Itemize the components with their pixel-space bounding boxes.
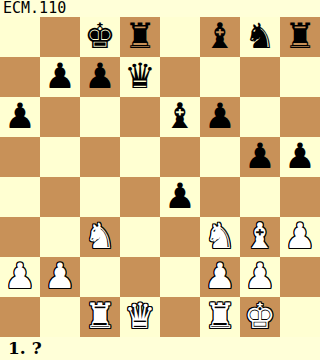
square-b5[interactable] xyxy=(40,137,80,177)
square-d8[interactable]: ♜ xyxy=(120,17,160,57)
square-e3[interactable] xyxy=(160,217,200,257)
black-pawn[interactable]: ♟ xyxy=(4,99,35,134)
square-b2[interactable]: ♟ xyxy=(40,257,80,297)
square-e8[interactable] xyxy=(160,17,200,57)
white-rook[interactable]: ♜ xyxy=(84,299,115,334)
white-bishop[interactable]: ♝ xyxy=(244,219,275,254)
square-c8[interactable]: ♚ xyxy=(80,17,120,57)
square-g3[interactable]: ♝ xyxy=(240,217,280,257)
square-e7[interactable] xyxy=(160,57,200,97)
square-a1[interactable] xyxy=(0,297,40,337)
square-c7[interactable]: ♟ xyxy=(80,57,120,97)
square-h6[interactable] xyxy=(280,97,320,137)
square-f4[interactable] xyxy=(200,177,240,217)
white-pawn[interactable]: ♟ xyxy=(4,259,35,294)
move-prompt: 1. ? xyxy=(0,337,320,360)
black-pawn[interactable]: ♟ xyxy=(44,59,75,94)
square-a8[interactable] xyxy=(0,17,40,57)
square-g2[interactable]: ♟ xyxy=(240,257,280,297)
square-a3[interactable] xyxy=(0,217,40,257)
square-c6[interactable] xyxy=(80,97,120,137)
black-pawn[interactable]: ♟ xyxy=(244,139,275,174)
black-pawn[interactable]: ♟ xyxy=(164,179,195,214)
square-b6[interactable] xyxy=(40,97,80,137)
square-e1[interactable] xyxy=(160,297,200,337)
square-g4[interactable] xyxy=(240,177,280,217)
black-pawn[interactable]: ♟ xyxy=(204,99,235,134)
square-f1[interactable]: ♜ xyxy=(200,297,240,337)
square-c2[interactable] xyxy=(80,257,120,297)
black-bishop[interactable]: ♝ xyxy=(204,19,235,54)
white-king[interactable]: ♚ xyxy=(244,299,275,334)
black-king[interactable]: ♚ xyxy=(84,19,115,54)
square-d6[interactable] xyxy=(120,97,160,137)
white-pawn[interactable]: ♟ xyxy=(244,259,275,294)
square-h4[interactable] xyxy=(280,177,320,217)
square-e6[interactable]: ♝ xyxy=(160,97,200,137)
square-b7[interactable]: ♟ xyxy=(40,57,80,97)
white-pawn[interactable]: ♟ xyxy=(44,259,75,294)
black-knight[interactable]: ♞ xyxy=(244,19,275,54)
square-f6[interactable]: ♟ xyxy=(200,97,240,137)
square-h7[interactable] xyxy=(280,57,320,97)
square-d2[interactable] xyxy=(120,257,160,297)
square-a6[interactable]: ♟ xyxy=(0,97,40,137)
square-b8[interactable] xyxy=(40,17,80,57)
square-d7[interactable]: ♛ xyxy=(120,57,160,97)
page-title: ECM.110 xyxy=(0,0,320,17)
square-e4[interactable]: ♟ xyxy=(160,177,200,217)
square-g1[interactable]: ♚ xyxy=(240,297,280,337)
square-c3[interactable]: ♞ xyxy=(80,217,120,257)
square-h1[interactable] xyxy=(280,297,320,337)
white-pawn[interactable]: ♟ xyxy=(204,259,235,294)
square-h8[interactable]: ♜ xyxy=(280,17,320,57)
black-pawn[interactable]: ♟ xyxy=(284,139,315,174)
square-f5[interactable] xyxy=(200,137,240,177)
square-c4[interactable] xyxy=(80,177,120,217)
square-g5[interactable]: ♟ xyxy=(240,137,280,177)
black-bishop[interactable]: ♝ xyxy=(164,99,195,134)
square-e2[interactable] xyxy=(160,257,200,297)
square-d1[interactable]: ♛ xyxy=(120,297,160,337)
square-f8[interactable]: ♝ xyxy=(200,17,240,57)
square-g7[interactable] xyxy=(240,57,280,97)
square-a7[interactable] xyxy=(0,57,40,97)
square-c1[interactable]: ♜ xyxy=(80,297,120,337)
black-queen[interactable]: ♛ xyxy=(124,59,155,94)
square-e5[interactable] xyxy=(160,137,200,177)
square-a5[interactable] xyxy=(0,137,40,177)
square-d3[interactable] xyxy=(120,217,160,257)
square-h2[interactable] xyxy=(280,257,320,297)
square-c5[interactable] xyxy=(80,137,120,177)
square-d4[interactable] xyxy=(120,177,160,217)
square-g8[interactable]: ♞ xyxy=(240,17,280,57)
white-rook[interactable]: ♜ xyxy=(204,299,235,334)
square-b3[interactable] xyxy=(40,217,80,257)
square-d5[interactable] xyxy=(120,137,160,177)
square-b4[interactable] xyxy=(40,177,80,217)
black-pawn[interactable]: ♟ xyxy=(84,59,115,94)
white-queen[interactable]: ♛ xyxy=(124,299,155,334)
white-knight[interactable]: ♞ xyxy=(84,219,115,254)
black-rook[interactable]: ♜ xyxy=(284,19,315,54)
square-f2[interactable]: ♟ xyxy=(200,257,240,297)
square-a2[interactable]: ♟ xyxy=(0,257,40,297)
black-rook[interactable]: ♜ xyxy=(124,19,155,54)
square-h3[interactable]: ♟ xyxy=(280,217,320,257)
square-f3[interactable]: ♞ xyxy=(200,217,240,257)
white-knight[interactable]: ♞ xyxy=(204,219,235,254)
square-f7[interactable] xyxy=(200,57,240,97)
square-b1[interactable] xyxy=(40,297,80,337)
square-g6[interactable] xyxy=(240,97,280,137)
square-a4[interactable] xyxy=(0,177,40,217)
white-pawn[interactable]: ♟ xyxy=(284,219,315,254)
chess-board: ♚♜♝♞♜♟♟♛♟♝♟♟♟♟♞♞♝♟♟♟♟♟♜♛♜♚ xyxy=(0,17,320,337)
square-h5[interactable]: ♟ xyxy=(280,137,320,177)
chess-puzzle-window: ECM.110 ♚♜♝♞♜♟♟♛♟♝♟♟♟♟♞♞♝♟♟♟♟♟♜♛♜♚ 1. ? xyxy=(0,0,320,360)
